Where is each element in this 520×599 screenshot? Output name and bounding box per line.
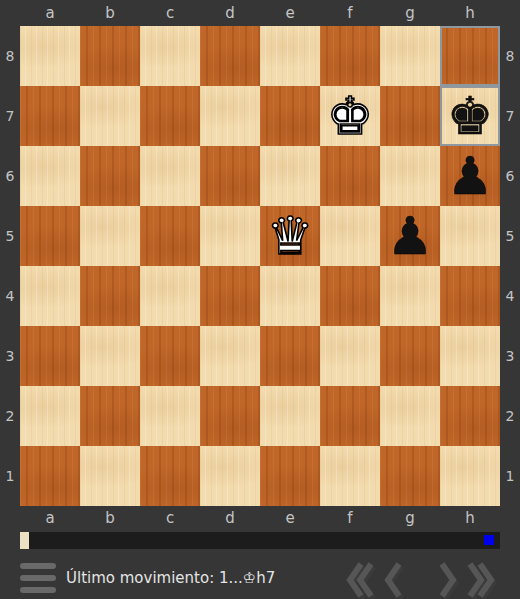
progress-marker: [484, 535, 494, 545]
square-f7[interactable]: ♚: [320, 86, 380, 146]
square-e5[interactable]: ♛: [260, 206, 320, 266]
file-labels-top: abcdefgh: [20, 0, 500, 26]
square-d6[interactable]: [200, 146, 260, 206]
square-h1[interactable]: [440, 446, 500, 506]
square-f8[interactable]: [320, 26, 380, 86]
square-g3[interactable]: [380, 326, 440, 386]
square-h7[interactable]: ♚: [440, 86, 500, 146]
file-label-f: f: [320, 509, 380, 527]
square-c2[interactable]: [140, 386, 200, 446]
square-c3[interactable]: [140, 326, 200, 386]
square-c6[interactable]: [140, 146, 200, 206]
square-h4[interactable]: [440, 266, 500, 326]
hamburger-bar: [20, 587, 56, 593]
square-c7[interactable]: [140, 86, 200, 146]
square-d3[interactable]: [200, 326, 260, 386]
file-label-g: g: [380, 509, 440, 527]
square-h5[interactable]: [440, 206, 500, 266]
square-f6[interactable]: [320, 146, 380, 206]
square-d2[interactable]: [200, 386, 260, 446]
double-chevron-left-icon: [345, 559, 377, 599]
file-label-b: b: [80, 4, 140, 22]
square-g2[interactable]: [380, 386, 440, 446]
square-c1[interactable]: [140, 446, 200, 506]
square-h8[interactable]: [440, 26, 500, 86]
square-b4[interactable]: [80, 266, 140, 326]
rank-label-7: 7: [6, 108, 15, 124]
square-h2[interactable]: [440, 386, 500, 446]
file-label-f: f: [320, 4, 380, 22]
bottom-controls: Último movimiento: 1...♔h7: [20, 556, 500, 599]
file-label-c: c: [140, 509, 200, 527]
square-g7[interactable]: [380, 86, 440, 146]
black-pawn: ♟: [380, 206, 440, 266]
rank-label-1: 1: [6, 468, 15, 484]
chess-board[interactable]: ♚♚♟♛♟: [20, 26, 500, 506]
chess-app: abcdefgh 87654321 ♚♚♟♛♟ 87654321 abcdefg…: [0, 0, 520, 599]
square-b8[interactable]: [80, 26, 140, 86]
progress-played-segment: [20, 532, 29, 549]
rank-label-8: 8: [6, 48, 15, 64]
file-label-e: e: [260, 509, 320, 527]
chevron-left-icon: [383, 559, 405, 599]
square-d1[interactable]: [200, 446, 260, 506]
square-h3[interactable]: [440, 326, 500, 386]
file-label-b: b: [80, 509, 140, 527]
square-f2[interactable]: [320, 386, 380, 446]
square-e2[interactable]: [260, 386, 320, 446]
black-king: ♚: [440, 86, 500, 146]
rank-label-4: 4: [506, 288, 515, 304]
file-label-d: d: [200, 509, 260, 527]
square-h6[interactable]: ♟: [440, 146, 500, 206]
square-d7[interactable]: [200, 86, 260, 146]
nav-last-button[interactable]: [462, 559, 500, 599]
square-e1[interactable]: [260, 446, 320, 506]
rank-label-1: 1: [506, 468, 515, 484]
square-f3[interactable]: [320, 326, 380, 386]
square-f1[interactable]: [320, 446, 380, 506]
square-a7[interactable]: [20, 86, 80, 146]
square-e4[interactable]: [260, 266, 320, 326]
rank-label-3: 3: [6, 348, 15, 364]
rank-label-7: 7: [506, 108, 515, 124]
rank-label-6: 6: [506, 168, 515, 184]
square-e6[interactable]: [260, 146, 320, 206]
rank-labels-left: 87654321: [0, 26, 20, 506]
square-e7[interactable]: [260, 86, 320, 146]
square-b7[interactable]: [80, 86, 140, 146]
file-label-a: a: [20, 4, 80, 22]
square-d4[interactable]: [200, 266, 260, 326]
square-c8[interactable]: [140, 26, 200, 86]
square-g5[interactable]: ♟: [380, 206, 440, 266]
rank-label-8: 8: [506, 48, 515, 64]
file-labels-bottom: abcdefgh: [20, 506, 500, 530]
file-label-h: h: [440, 4, 500, 22]
rank-label-5: 5: [506, 228, 515, 244]
file-label-h: h: [440, 509, 500, 527]
square-d5[interactable]: [200, 206, 260, 266]
double-chevron-right-icon: [465, 559, 497, 599]
square-b5[interactable]: [80, 206, 140, 266]
rank-label-2: 2: [506, 408, 515, 424]
file-label-e: e: [260, 4, 320, 22]
square-a5[interactable]: [20, 206, 80, 266]
square-a3[interactable]: [20, 326, 80, 386]
rank-label-4: 4: [6, 288, 15, 304]
nav-first-button[interactable]: [342, 559, 380, 599]
rank-label-6: 6: [6, 168, 15, 184]
file-label-c: c: [140, 4, 200, 22]
nav-previous-button[interactable]: [380, 559, 408, 599]
nav-next-button[interactable]: [434, 559, 462, 599]
rank-label-5: 5: [6, 228, 15, 244]
square-c4[interactable]: [140, 266, 200, 326]
square-g8[interactable]: [380, 26, 440, 86]
hamburger-bar: [20, 575, 56, 581]
square-a1[interactable]: [20, 446, 80, 506]
square-a4[interactable]: [20, 266, 80, 326]
file-label-g: g: [380, 4, 440, 22]
rank-label-2: 2: [6, 408, 15, 424]
square-g6[interactable]: [380, 146, 440, 206]
rank-labels-right: 87654321: [500, 26, 520, 506]
white-king: ♚: [320, 86, 380, 146]
square-d8[interactable]: [200, 26, 260, 86]
square-b6[interactable]: [80, 146, 140, 206]
square-b3[interactable]: [80, 326, 140, 386]
black-pawn: ♟: [440, 146, 500, 206]
square-f5[interactable]: [320, 206, 380, 266]
square-e8[interactable]: [260, 26, 320, 86]
board-area: 87654321 ♚♚♟♛♟ 87654321: [0, 26, 520, 506]
white-queen: ♛: [260, 206, 320, 266]
hamburger-bar: [20, 563, 56, 569]
square-c5[interactable]: [140, 206, 200, 266]
square-g1[interactable]: [380, 446, 440, 506]
square-g4[interactable]: [380, 266, 440, 326]
file-label-a: a: [20, 509, 80, 527]
rank-label-3: 3: [506, 348, 515, 364]
square-a6[interactable]: [20, 146, 80, 206]
square-b1[interactable]: [80, 446, 140, 506]
square-e3[interactable]: [260, 326, 320, 386]
square-f4[interactable]: [320, 266, 380, 326]
square-b2[interactable]: [80, 386, 140, 446]
square-a2[interactable]: [20, 386, 80, 446]
move-navigation: [342, 559, 500, 599]
last-move-status-text: Último movimiento: 1...♔h7: [66, 569, 275, 587]
chevron-right-icon: [437, 559, 459, 599]
game-progress-bar[interactable]: [20, 532, 500, 549]
square-a8[interactable]: [20, 26, 80, 86]
hamburger-menu-icon[interactable]: [20, 563, 56, 593]
file-label-d: d: [200, 4, 260, 22]
